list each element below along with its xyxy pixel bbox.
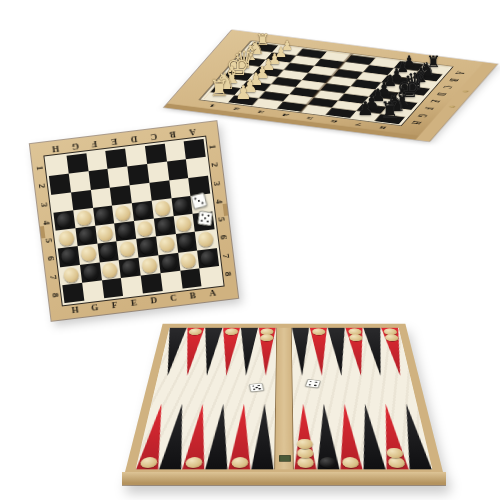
checkers-top-label: A bbox=[189, 127, 197, 138]
checkers-top-label: H bbox=[51, 144, 59, 155]
chess-rank-label: 5 bbox=[304, 115, 314, 120]
checker-piece-dark bbox=[100, 243, 117, 260]
checkers-right-label: 2 bbox=[210, 162, 220, 168]
checkers-board-frame: HGFEDCBAHGFEDCBA1234567812345678 bbox=[30, 121, 238, 321]
checker-piece-dark bbox=[121, 259, 138, 276]
checkers-right-label: 3 bbox=[212, 180, 222, 186]
checker-piece-dark bbox=[161, 254, 178, 271]
checker-piece-light bbox=[63, 266, 80, 283]
checker-piece-light bbox=[158, 236, 175, 253]
checkers-square bbox=[180, 268, 202, 289]
checkers-board: HGFEDCBAHGFEDCBA1234567812345678 bbox=[36, 128, 240, 320]
checkers-square bbox=[82, 280, 104, 301]
checkers-bottom-label: E bbox=[130, 297, 137, 308]
chess-file-label: A bbox=[451, 70, 469, 75]
checker-piece-dark bbox=[200, 250, 217, 267]
checkers-bottom-label: A bbox=[209, 288, 217, 299]
chess-rank-label: 2 bbox=[231, 106, 241, 111]
checkers-square bbox=[199, 266, 221, 287]
chess-rank-label: 6 bbox=[329, 118, 339, 123]
chess-file-label: F bbox=[420, 106, 438, 110]
checker-piece-dark bbox=[117, 223, 134, 240]
checker-piece-dark bbox=[56, 212, 73, 229]
checkers-grid bbox=[47, 139, 222, 303]
checker-piece-light bbox=[80, 246, 97, 263]
checkers-square bbox=[160, 271, 182, 292]
checkers-top-label: C bbox=[150, 132, 158, 143]
checker-piece-light bbox=[198, 231, 215, 248]
checkers-bottom-label: C bbox=[169, 292, 177, 303]
chess-file-label: C bbox=[439, 85, 457, 90]
chess-file-label: D bbox=[433, 92, 451, 97]
checkers-bottom-label: H bbox=[71, 304, 79, 315]
die-pip bbox=[207, 220, 209, 222]
checkers-bottom-label: D bbox=[150, 295, 158, 306]
checker-piece-light bbox=[76, 210, 93, 227]
chess-file-label: B bbox=[445, 78, 463, 82]
checker-piece-dark bbox=[60, 248, 77, 265]
chess-rank-label: 4 bbox=[280, 112, 290, 117]
checkers-top-label: G bbox=[71, 141, 79, 152]
checkers-bottom-label: F bbox=[111, 300, 118, 311]
checker-piece-dark bbox=[82, 264, 99, 281]
checkers-right-label: 5 bbox=[216, 217, 226, 223]
checkers-top-label: D bbox=[130, 134, 138, 145]
chess-file-label: H bbox=[407, 120, 425, 125]
checker-piece-dark bbox=[134, 202, 151, 219]
checkers-right-label: 8 bbox=[223, 271, 233, 277]
checkers-left-label: 8 bbox=[50, 292, 60, 298]
die-pip bbox=[201, 214, 203, 216]
checker-piece-light bbox=[58, 230, 75, 247]
checker-piece-light bbox=[97, 225, 114, 242]
chess-rank-label: 8 bbox=[377, 125, 387, 130]
checker-piece-light bbox=[141, 257, 158, 274]
checker-piece-light bbox=[119, 241, 136, 258]
chess-file-label: E bbox=[426, 99, 444, 103]
hinge-notch bbox=[223, 204, 228, 216]
checkers-left-label: 1 bbox=[35, 165, 45, 171]
checkers-left-label: 4 bbox=[41, 220, 51, 226]
checker-piece-dark bbox=[156, 218, 173, 235]
checker-piece-dark bbox=[139, 239, 156, 256]
checker-piece-light bbox=[115, 205, 132, 222]
checkers-bottom-label: G bbox=[91, 302, 99, 313]
checker-piece-dark bbox=[95, 207, 112, 224]
checker-piece-dark bbox=[78, 228, 95, 245]
checker-piece-light bbox=[137, 220, 154, 237]
checkers-bottom-label: B bbox=[189, 290, 196, 301]
chess-rank-label: 3 bbox=[256, 109, 266, 114]
checkers-left-label: 5 bbox=[44, 238, 54, 244]
checkers-top-label: B bbox=[170, 129, 177, 140]
die-pip bbox=[194, 198, 197, 201]
checkers-right-label: 1 bbox=[207, 144, 217, 150]
checkers-square bbox=[121, 275, 143, 296]
checker-piece-light bbox=[180, 252, 197, 269]
checkers-right-label: 7 bbox=[221, 253, 231, 259]
checker-piece-light bbox=[154, 200, 171, 217]
chess-file-label: G bbox=[414, 113, 432, 118]
checkers-right-label: 6 bbox=[218, 235, 228, 241]
checkers-right-label: 4 bbox=[214, 198, 224, 204]
checkers-left-label: 2 bbox=[37, 183, 47, 189]
checkers-left-label: 6 bbox=[46, 256, 56, 262]
chess-rank-label: 1 bbox=[207, 103, 217, 108]
checkers-left-label: 3 bbox=[39, 202, 49, 208]
die-pip bbox=[198, 200, 201, 203]
checkers-left-label: 7 bbox=[48, 274, 58, 280]
checker-piece-dark bbox=[178, 234, 195, 251]
checker-piece-light bbox=[176, 216, 193, 233]
checkers-square bbox=[62, 283, 84, 304]
die-pip bbox=[204, 217, 206, 219]
checker-piece-dark bbox=[174, 198, 191, 215]
checker-piece-light bbox=[102, 262, 119, 279]
hinge-notch bbox=[40, 226, 45, 238]
die-pip bbox=[201, 220, 203, 222]
checkers-top-label: E bbox=[111, 136, 118, 147]
product-photo: 12345678HGFEDCBA ♜♞♝♛♚♝♞♜♟♟♟♟♟♟♟♟♟♟♟♟♟♟♟… bbox=[0, 0, 500, 500]
die-face-5 bbox=[197, 211, 213, 227]
die-pip bbox=[207, 215, 209, 217]
chess-rank-label: 7 bbox=[353, 121, 363, 126]
checkers-square bbox=[101, 278, 123, 299]
checkers-square bbox=[141, 273, 163, 294]
checkers-top-label: F bbox=[91, 139, 98, 150]
die-pip bbox=[201, 202, 204, 205]
